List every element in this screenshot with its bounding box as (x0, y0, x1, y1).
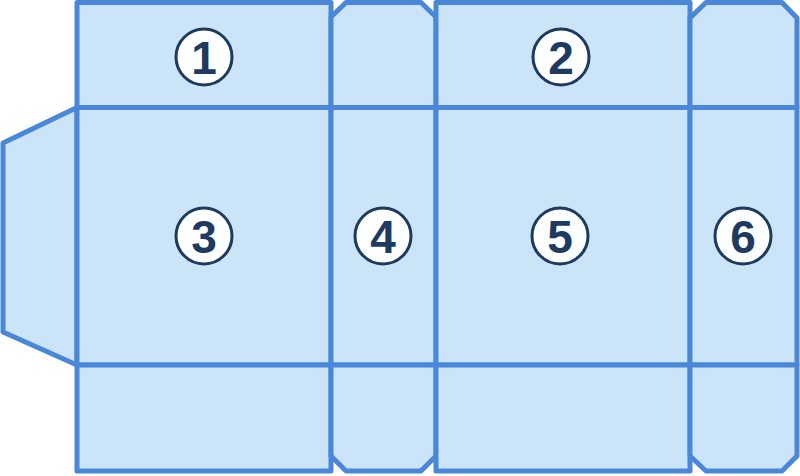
face-5-badge: 5 (531, 207, 590, 266)
face-1-number: 1 (191, 34, 217, 80)
tuck-flap-top-col4 (331, 3, 436, 108)
face-6-badge: 6 (714, 207, 773, 266)
face-2-number: 2 (548, 34, 574, 80)
face-5-number: 5 (547, 213, 573, 259)
tuck-flap-bottom-col4 (331, 365, 436, 471)
face-6-number: 6 (730, 213, 756, 259)
face-3-badge: 3 (175, 207, 234, 266)
bottom-flap-col5 (436, 365, 690, 471)
face-2-badge: 2 (532, 28, 591, 87)
face-4-number: 4 (370, 213, 396, 259)
face-4-badge: 4 (354, 207, 413, 266)
tuck-flap-top-col6 (690, 3, 797, 108)
glue-tab (3, 108, 77, 366)
bottom-flap-col3 (77, 365, 331, 471)
face-3-number: 3 (191, 213, 217, 259)
tuck-flap-bottom-col6 (690, 365, 797, 471)
box-net-diagram: 1 2 3 4 5 6 (0, 0, 800, 476)
face-1-badge: 1 (175, 28, 234, 87)
